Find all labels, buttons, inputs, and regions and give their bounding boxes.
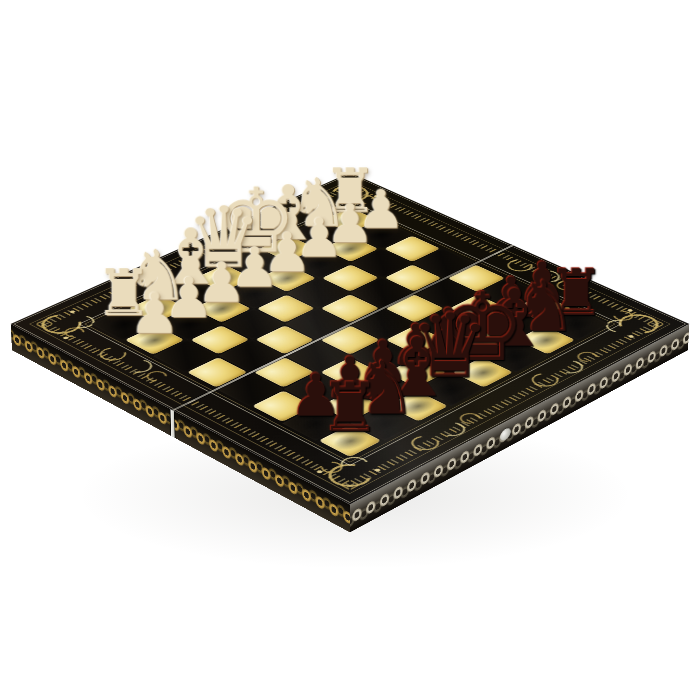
white-pawn[interactable]: ♟♟ [112,283,197,339]
chess-piece-icon: ♜ [305,376,394,441]
chess-set-photo: ♜♜♞♞♝♝♚♚♛♛♝♝♞♞♜♜♟♟♟♟♟♟♟♟♟♟♟♟♟♟♟♟♟♟♟♟♟♟♟♟… [0,0,700,700]
hinge-gap [170,409,174,438]
chess-board: ♜♜♞♞♝♝♚♚♛♛♝♝♞♞♜♜♟♟♟♟♟♟♟♟♟♟♟♟♟♟♟♟♟♟♟♟♟♟♟♟… [11,172,690,504]
scene-3d: ♜♜♞♞♝♝♚♚♛♛♝♝♞♞♜♜♟♟♟♟♟♟♟♟♟♟♟♟♟♟♟♟♟♟♟♟♟♟♟♟… [0,0,700,700]
square-a8[interactable]: ♜♜ [316,423,385,458]
latch-medallion-icon [500,426,511,443]
black-rook[interactable]: ♜♜ [305,373,394,441]
chess-piece-icon: ♟ [112,286,197,340]
